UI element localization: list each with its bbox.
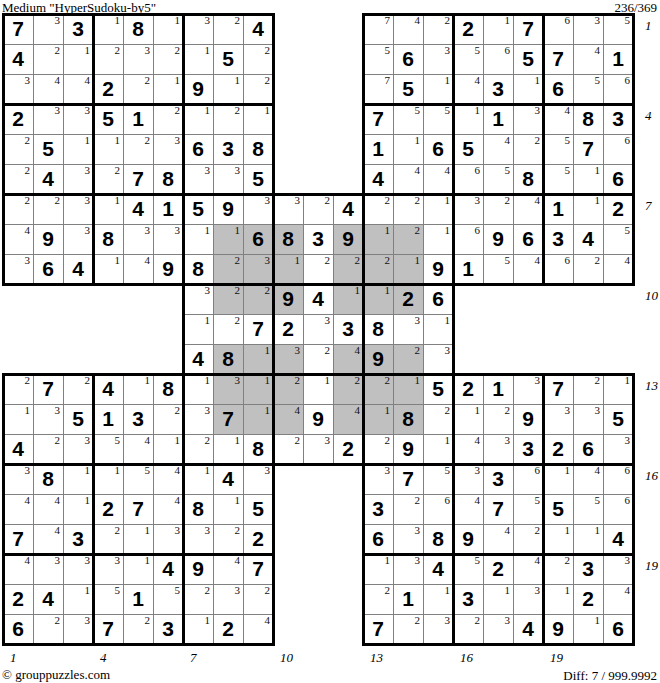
cell-r1c14[interactable]: 4 xyxy=(393,14,423,44)
cell-r2c19[interactable]: 7 xyxy=(543,44,573,74)
cell-r15c18[interactable]: 3 xyxy=(513,434,543,464)
cell-r8c8[interactable]: 1 xyxy=(213,224,243,254)
cell-r17c1[interactable]: 4 xyxy=(3,494,33,524)
cell-r9c2[interactable]: 6 xyxy=(33,254,63,284)
cell-r16c5[interactable]: 5 xyxy=(123,464,153,494)
cell-r13c17[interactable]: 1 xyxy=(483,374,513,404)
cell-r18c14[interactable]: 3 xyxy=(393,524,423,554)
cell-r13c8[interactable]: 3 xyxy=(213,374,243,404)
cell-r3c17[interactable]: 3 xyxy=(483,74,513,104)
cell-r15c7[interactable]: 2 xyxy=(183,434,213,464)
cell-r13c12[interactable]: 2 xyxy=(333,374,363,404)
cell-r17c14[interactable]: 2 xyxy=(393,494,423,524)
cell-r18c18[interactable]: 2 xyxy=(513,524,543,554)
cell-r10c7[interactable]: 3 xyxy=(183,284,213,314)
cell-r8c2[interactable]: 9 xyxy=(33,224,63,254)
cell-r5c18[interactable]: 2 xyxy=(513,134,543,164)
cell-r16c15[interactable]: 5 xyxy=(423,464,453,494)
cell-r8c5[interactable]: 3 xyxy=(123,224,153,254)
cell-r14c20[interactable]: 3 xyxy=(573,404,603,434)
cell-r14c21[interactable]: 5 xyxy=(603,404,633,434)
cell-r6c8[interactable]: 3 xyxy=(213,164,243,194)
cell-r11c14[interactable]: 3 xyxy=(393,314,423,344)
cell-r10c10[interactable]: 9 xyxy=(273,284,303,314)
cell-r1c1[interactable]: 7 xyxy=(3,14,33,44)
cell-r13c14[interactable]: 1 xyxy=(393,374,423,404)
cell-r7c5[interactable]: 4 xyxy=(123,194,153,224)
cell-r18c20[interactable]: 1 xyxy=(573,524,603,554)
cell-r2c1[interactable]: 4 xyxy=(3,44,33,74)
cell-r2c4[interactable]: 2 xyxy=(93,44,123,74)
cell-r3c15[interactable]: 1 xyxy=(423,74,453,104)
cell-r4c6[interactable]: 2 xyxy=(153,104,183,134)
cell-r8c13[interactable]: 1 xyxy=(363,224,393,254)
cell-r19c21[interactable]: 3 xyxy=(603,554,633,584)
cell-r8c18[interactable]: 6 xyxy=(513,224,543,254)
cell-r6c9[interactable]: 5 xyxy=(243,164,273,194)
cell-r18c4[interactable]: 2 xyxy=(93,524,123,554)
cell-r9c4[interactable]: 1 xyxy=(93,254,123,284)
cell-r13c3[interactable]: 2 xyxy=(63,374,93,404)
cell-r3c4[interactable]: 2 xyxy=(93,74,123,104)
cell-r19c15[interactable]: 4 xyxy=(423,554,453,584)
cell-r4c5[interactable]: 1 xyxy=(123,104,153,134)
cell-r14c15[interactable]: 2 xyxy=(423,404,453,434)
cell-r11c12[interactable]: 3 xyxy=(333,314,363,344)
cell-r7c17[interactable]: 2 xyxy=(483,194,513,224)
cell-r21c4[interactable]: 7 xyxy=(93,614,123,644)
cell-r9c14[interactable]: 1 xyxy=(393,254,423,284)
cell-r20c5[interactable]: 1 xyxy=(123,584,153,614)
cell-r3c18[interactable]: 1 xyxy=(513,74,543,104)
cell-r12c14[interactable]: 2 xyxy=(393,344,423,374)
cell-r1c15[interactable]: 2 xyxy=(423,14,453,44)
cell-r14c6[interactable]: 2 xyxy=(153,404,183,434)
cell-r21c1[interactable]: 6 xyxy=(3,614,33,644)
cell-r3c3[interactable]: 4 xyxy=(63,74,93,104)
cell-r7c10[interactable]: 3 xyxy=(273,194,303,224)
cell-r18c15[interactable]: 8 xyxy=(423,524,453,554)
cell-r1c18[interactable]: 7 xyxy=(513,14,543,44)
cell-r16c14[interactable]: 7 xyxy=(393,464,423,494)
cell-r2c5[interactable]: 3 xyxy=(123,44,153,74)
cell-r15c12[interactable]: 2 xyxy=(333,434,363,464)
cell-r4c3[interactable]: 3 xyxy=(63,104,93,134)
cell-r9c10[interactable]: 1 xyxy=(273,254,303,284)
cell-r14c16[interactable]: 1 xyxy=(453,404,483,434)
cell-r17c8[interactable]: 1 xyxy=(213,494,243,524)
cell-r13c10[interactable]: 2 xyxy=(273,374,303,404)
cell-r1c6[interactable]: 1 xyxy=(153,14,183,44)
cell-r16c2[interactable]: 8 xyxy=(33,464,63,494)
cell-r13c19[interactable]: 7 xyxy=(543,374,573,404)
cell-r18c13[interactable]: 6 xyxy=(363,524,393,554)
cell-r8c16[interactable]: 6 xyxy=(453,224,483,254)
cell-r11c7[interactable]: 1 xyxy=(183,314,213,344)
cell-r4c9[interactable]: 1 xyxy=(243,104,273,134)
cell-r21c19[interactable]: 9 xyxy=(543,614,573,644)
cell-r20c2[interactable]: 4 xyxy=(33,584,63,614)
cell-r3c7[interactable]: 9 xyxy=(183,74,213,104)
cell-r1c21[interactable]: 5 xyxy=(603,14,633,44)
cell-r15c5[interactable]: 4 xyxy=(123,434,153,464)
cell-r8c19[interactable]: 3 xyxy=(543,224,573,254)
cell-r17c15[interactable]: 6 xyxy=(423,494,453,524)
cell-r21c17[interactable]: 3 xyxy=(483,614,513,644)
cell-r3c16[interactable]: 4 xyxy=(453,74,483,104)
cell-r19c8[interactable]: 4 xyxy=(213,554,243,584)
cell-r17c5[interactable]: 7 xyxy=(123,494,153,524)
cell-r4c13[interactable]: 7 xyxy=(363,104,393,134)
cell-r20c6[interactable]: 5 xyxy=(153,584,183,614)
cell-r21c7[interactable]: 1 xyxy=(183,614,213,644)
cell-r13c20[interactable]: 2 xyxy=(573,374,603,404)
cell-r5c13[interactable]: 1 xyxy=(363,134,393,164)
cell-r14c14[interactable]: 8 xyxy=(393,404,423,434)
cell-r4c18[interactable]: 3 xyxy=(513,104,543,134)
cell-r8c11[interactable]: 3 xyxy=(303,224,333,254)
cell-r5c14[interactable]: 1 xyxy=(393,134,423,164)
cell-r21c14[interactable]: 2 xyxy=(393,614,423,644)
cell-r2c9[interactable]: 2 xyxy=(243,44,273,74)
cell-r3c9[interactable]: 2 xyxy=(243,74,273,104)
cell-r5c5[interactable]: 2 xyxy=(123,134,153,164)
cell-r7c19[interactable]: 1 xyxy=(543,194,573,224)
cell-r21c6[interactable]: 3 xyxy=(153,614,183,644)
cell-r11c15[interactable]: 1 xyxy=(423,314,453,344)
cell-r8c20[interactable]: 4 xyxy=(573,224,603,254)
cell-r13c16[interactable]: 2 xyxy=(453,374,483,404)
cell-r18c21[interactable]: 4 xyxy=(603,524,633,554)
cell-r17c9[interactable]: 5 xyxy=(243,494,273,524)
cell-r9c20[interactable]: 2 xyxy=(573,254,603,284)
cell-r19c7[interactable]: 9 xyxy=(183,554,213,584)
cell-r1c7[interactable]: 3 xyxy=(183,14,213,44)
cell-r5c8[interactable]: 3 xyxy=(213,134,243,164)
cell-r20c16[interactable]: 3 xyxy=(453,584,483,614)
cell-r17c17[interactable]: 7 xyxy=(483,494,513,524)
cell-r4c4[interactable]: 5 xyxy=(93,104,123,134)
cell-r15c19[interactable]: 2 xyxy=(543,434,573,464)
cell-r7c7[interactable]: 5 xyxy=(183,194,213,224)
cell-r1c2[interactable]: 3 xyxy=(33,14,63,44)
cell-r6c4[interactable]: 2 xyxy=(93,164,123,194)
cell-r6c5[interactable]: 7 xyxy=(123,164,153,194)
cell-r5c6[interactable]: 3 xyxy=(153,134,183,164)
cell-r14c8[interactable]: 7 xyxy=(213,404,243,434)
cell-r11c13[interactable]: 8 xyxy=(363,314,393,344)
cell-r1c8[interactable]: 2 xyxy=(213,14,243,44)
cell-r10c8[interactable]: 2 xyxy=(213,284,243,314)
cell-r10c15[interactable]: 6 xyxy=(423,284,453,314)
cell-r21c15[interactable]: 3 xyxy=(423,614,453,644)
cell-r5c4[interactable]: 1 xyxy=(93,134,123,164)
cell-r21c8[interactable]: 2 xyxy=(213,614,243,644)
cell-r2c15[interactable]: 3 xyxy=(423,44,453,74)
cell-r16c16[interactable]: 3 xyxy=(453,464,483,494)
cell-r7c13[interactable]: 2 xyxy=(363,194,393,224)
cell-r14c3[interactable]: 5 xyxy=(63,404,93,434)
cell-r14c5[interactable]: 3 xyxy=(123,404,153,434)
cell-r1c3[interactable]: 3 xyxy=(63,14,93,44)
cell-r14c4[interactable]: 1 xyxy=(93,404,123,434)
cell-r16c17[interactable]: 3 xyxy=(483,464,513,494)
cell-r13c7[interactable]: 1 xyxy=(183,374,213,404)
cell-r6c13[interactable]: 4 xyxy=(363,164,393,194)
cell-r4c20[interactable]: 8 xyxy=(573,104,603,134)
cell-r19c16[interactable]: 5 xyxy=(453,554,483,584)
cell-r13c21[interactable]: 1 xyxy=(603,374,633,404)
cell-r21c9[interactable]: 4 xyxy=(243,614,273,644)
cell-r18c7[interactable]: 3 xyxy=(183,524,213,554)
cell-r12c10[interactable]: 3 xyxy=(273,344,303,374)
cell-r6c14[interactable]: 4 xyxy=(393,164,423,194)
cell-r6c3[interactable]: 3 xyxy=(63,164,93,194)
cell-r6c6[interactable]: 8 xyxy=(153,164,183,194)
cell-r8c15[interactable]: 1 xyxy=(423,224,453,254)
cell-r18c8[interactable]: 2 xyxy=(213,524,243,554)
cell-r8c17[interactable]: 9 xyxy=(483,224,513,254)
cell-r18c19[interactable]: 1 xyxy=(543,524,573,554)
cell-r6c1[interactable]: 2 xyxy=(3,164,33,194)
cell-r8c12[interactable]: 9 xyxy=(333,224,363,254)
cell-r18c5[interactable]: 1 xyxy=(123,524,153,554)
cell-r6c20[interactable]: 1 xyxy=(573,164,603,194)
cell-r12c8[interactable]: 8 xyxy=(213,344,243,374)
cell-r19c4[interactable]: 3 xyxy=(93,554,123,584)
cell-r2c18[interactable]: 5 xyxy=(513,44,543,74)
cell-r4c2[interactable]: 3 xyxy=(33,104,63,134)
cell-r5c21[interactable]: 6 xyxy=(603,134,633,164)
cell-r10c13[interactable]: 1 xyxy=(363,284,393,314)
cell-r6c7[interactable]: 3 xyxy=(183,164,213,194)
cell-r3c14[interactable]: 5 xyxy=(393,74,423,104)
cell-r13c11[interactable]: 1 xyxy=(303,374,333,404)
cell-r20c3[interactable]: 1 xyxy=(63,584,93,614)
cell-r7c6[interactable]: 1 xyxy=(153,194,183,224)
cell-r4c14[interactable]: 5 xyxy=(393,104,423,134)
cell-r8c7[interactable]: 1 xyxy=(183,224,213,254)
cell-r8c21[interactable]: 5 xyxy=(603,224,633,254)
cell-r9c7[interactable]: 8 xyxy=(183,254,213,284)
cell-r12c11[interactable]: 2 xyxy=(303,344,333,374)
cell-r15c13[interactable]: 2 xyxy=(363,434,393,464)
cell-r11c8[interactable]: 2 xyxy=(213,314,243,344)
cell-r21c21[interactable]: 6 xyxy=(603,614,633,644)
cell-r20c13[interactable]: 2 xyxy=(363,584,393,614)
cell-r7c1[interactable]: 2 xyxy=(3,194,33,224)
cell-r18c3[interactable]: 3 xyxy=(63,524,93,554)
cell-r17c20[interactable]: 5 xyxy=(573,494,603,524)
cell-r15c8[interactable]: 1 xyxy=(213,434,243,464)
cell-r4c21[interactable]: 3 xyxy=(603,104,633,134)
cell-r2c3[interactable]: 1 xyxy=(63,44,93,74)
cell-r7c14[interactable]: 2 xyxy=(393,194,423,224)
cell-r9c21[interactable]: 4 xyxy=(603,254,633,284)
cell-r19c17[interactable]: 2 xyxy=(483,554,513,584)
cell-r5c2[interactable]: 5 xyxy=(33,134,63,164)
cell-r9c6[interactable]: 9 xyxy=(153,254,183,284)
cell-r17c16[interactable]: 4 xyxy=(453,494,483,524)
cell-r12c15[interactable]: 3 xyxy=(423,344,453,374)
cell-r14c9[interactable]: 1 xyxy=(243,404,273,434)
cell-r4c1[interactable]: 2 xyxy=(3,104,33,134)
cell-r8c9[interactable]: 6 xyxy=(243,224,273,254)
cell-r4c15[interactable]: 5 xyxy=(423,104,453,134)
cell-r7c9[interactable]: 3 xyxy=(243,194,273,224)
cell-r20c1[interactable]: 2 xyxy=(3,584,33,614)
cell-r1c17[interactable]: 1 xyxy=(483,14,513,44)
cell-r14c11[interactable]: 9 xyxy=(303,404,333,434)
cell-r15c14[interactable]: 9 xyxy=(393,434,423,464)
cell-r7c12[interactable]: 4 xyxy=(333,194,363,224)
cell-r18c1[interactable]: 7 xyxy=(3,524,33,554)
cell-r10c11[interactable]: 4 xyxy=(303,284,333,314)
cell-r5c7[interactable]: 6 xyxy=(183,134,213,164)
cell-r15c3[interactable]: 3 xyxy=(63,434,93,464)
cell-r20c8[interactable]: 3 xyxy=(213,584,243,614)
cell-r15c20[interactable]: 6 xyxy=(573,434,603,464)
cell-r16c18[interactable]: 6 xyxy=(513,464,543,494)
cell-r15c4[interactable]: 5 xyxy=(93,434,123,464)
cell-r16c21[interactable]: 6 xyxy=(603,464,633,494)
cell-r19c18[interactable]: 4 xyxy=(513,554,543,584)
cell-r8c14[interactable]: 2 xyxy=(393,224,423,254)
cell-r6c21[interactable]: 6 xyxy=(603,164,633,194)
cell-r20c20[interactable]: 2 xyxy=(573,584,603,614)
cell-r1c13[interactable]: 7 xyxy=(363,14,393,44)
cell-r20c21[interactable]: 4 xyxy=(603,584,633,614)
cell-r2c13[interactable]: 5 xyxy=(363,44,393,74)
cell-r7c8[interactable]: 9 xyxy=(213,194,243,224)
cell-r8c6[interactable]: 3 xyxy=(153,224,183,254)
sudoku-board[interactable]: 7331813247422176354212321525635657413442… xyxy=(3,14,633,644)
cell-r3c8[interactable]: 1 xyxy=(213,74,243,104)
cell-r18c6[interactable]: 3 xyxy=(153,524,183,554)
cell-r5c9[interactable]: 8 xyxy=(243,134,273,164)
cell-r21c5[interactable]: 2 xyxy=(123,614,153,644)
cell-r2c17[interactable]: 6 xyxy=(483,44,513,74)
cell-r5c16[interactable]: 5 xyxy=(453,134,483,164)
cell-r13c18[interactable]: 3 xyxy=(513,374,543,404)
cell-r20c17[interactable]: 1 xyxy=(483,584,513,614)
cell-r10c12[interactable]: 1 xyxy=(333,284,363,314)
cell-r15c2[interactable]: 2 xyxy=(33,434,63,464)
cell-r9c15[interactable]: 9 xyxy=(423,254,453,284)
cell-r19c5[interactable]: 1 xyxy=(123,554,153,584)
cell-r17c2[interactable]: 4 xyxy=(33,494,63,524)
cell-r8c3[interactable]: 3 xyxy=(63,224,93,254)
cell-r5c17[interactable]: 4 xyxy=(483,134,513,164)
cell-r1c19[interactable]: 6 xyxy=(543,14,573,44)
cell-r9c1[interactable]: 3 xyxy=(3,254,33,284)
cell-r16c1[interactable]: 3 xyxy=(3,464,33,494)
cell-r7c18[interactable]: 4 xyxy=(513,194,543,224)
cell-r1c5[interactable]: 8 xyxy=(123,14,153,44)
cell-r14c18[interactable]: 9 xyxy=(513,404,543,434)
cell-r16c3[interactable]: 1 xyxy=(63,464,93,494)
cell-r3c5[interactable]: 2 xyxy=(123,74,153,104)
cell-r1c16[interactable]: 2 xyxy=(453,14,483,44)
cell-r20c14[interactable]: 1 xyxy=(393,584,423,614)
cell-r21c3[interactable]: 3 xyxy=(63,614,93,644)
cell-r21c18[interactable]: 4 xyxy=(513,614,543,644)
cell-r6c2[interactable]: 4 xyxy=(33,164,63,194)
cell-r13c4[interactable]: 4 xyxy=(93,374,123,404)
cell-r2c8[interactable]: 5 xyxy=(213,44,243,74)
cell-r13c15[interactable]: 5 xyxy=(423,374,453,404)
cell-r19c13[interactable]: 1 xyxy=(363,554,393,584)
cell-r20c15[interactable]: 1 xyxy=(423,584,453,614)
cell-r20c7[interactable]: 2 xyxy=(183,584,213,614)
cell-r17c7[interactable]: 8 xyxy=(183,494,213,524)
cell-r5c19[interactable]: 5 xyxy=(543,134,573,164)
cell-r5c3[interactable]: 1 xyxy=(63,134,93,164)
cell-r13c13[interactable]: 2 xyxy=(363,374,393,404)
cell-r12c9[interactable]: 1 xyxy=(243,344,273,374)
cell-r20c9[interactable]: 2 xyxy=(243,584,273,614)
cell-r14c12[interactable]: 4 xyxy=(333,404,363,434)
cell-r2c2[interactable]: 2 xyxy=(33,44,63,74)
cell-r16c7[interactable]: 1 xyxy=(183,464,213,494)
cell-r3c13[interactable]: 7 xyxy=(363,74,393,104)
cell-r1c9[interactable]: 4 xyxy=(243,14,273,44)
cell-r16c4[interactable]: 1 xyxy=(93,464,123,494)
cell-r14c13[interactable]: 1 xyxy=(363,404,393,434)
cell-r19c3[interactable]: 3 xyxy=(63,554,93,584)
cell-r9c18[interactable]: 4 xyxy=(513,254,543,284)
cell-r3c19[interactable]: 6 xyxy=(543,74,573,104)
cell-r17c13[interactable]: 3 xyxy=(363,494,393,524)
cell-r4c7[interactable]: 1 xyxy=(183,104,213,134)
cell-r16c6[interactable]: 4 xyxy=(153,464,183,494)
cell-r6c18[interactable]: 8 xyxy=(513,164,543,194)
cell-r9c16[interactable]: 1 xyxy=(453,254,483,284)
cell-r2c16[interactable]: 5 xyxy=(453,44,483,74)
cell-r6c16[interactable]: 6 xyxy=(453,164,483,194)
cell-r14c1[interactable]: 1 xyxy=(3,404,33,434)
cell-r18c16[interactable]: 9 xyxy=(453,524,483,554)
cell-r16c8[interactable]: 4 xyxy=(213,464,243,494)
cell-r14c10[interactable]: 4 xyxy=(273,404,303,434)
cell-r13c1[interactable]: 2 xyxy=(3,374,33,404)
cell-r13c5[interactable]: 1 xyxy=(123,374,153,404)
cell-r19c1[interactable]: 4 xyxy=(3,554,33,584)
cell-r18c9[interactable]: 2 xyxy=(243,524,273,554)
cell-r5c20[interactable]: 7 xyxy=(573,134,603,164)
cell-r10c14[interactable]: 2 xyxy=(393,284,423,314)
cell-r14c2[interactable]: 3 xyxy=(33,404,63,434)
cell-r3c6[interactable]: 1 xyxy=(153,74,183,104)
cell-r9c19[interactable]: 6 xyxy=(543,254,573,284)
cell-r17c21[interactable]: 6 xyxy=(603,494,633,524)
cell-r21c20[interactable]: 1 xyxy=(573,614,603,644)
cell-r7c3[interactable]: 3 xyxy=(63,194,93,224)
cell-r5c15[interactable]: 6 xyxy=(423,134,453,164)
cell-r21c13[interactable]: 7 xyxy=(363,614,393,644)
cell-r9c3[interactable]: 4 xyxy=(63,254,93,284)
cell-r5c1[interactable]: 2 xyxy=(3,134,33,164)
cell-r19c6[interactable]: 4 xyxy=(153,554,183,584)
cell-r9c8[interactable]: 2 xyxy=(213,254,243,284)
cell-r21c16[interactable]: 2 xyxy=(453,614,483,644)
cell-r14c7[interactable]: 3 xyxy=(183,404,213,434)
cell-r7c11[interactable]: 2 xyxy=(303,194,333,224)
cell-r6c17[interactable]: 5 xyxy=(483,164,513,194)
cell-r14c19[interactable]: 3 xyxy=(543,404,573,434)
cell-r8c1[interactable]: 4 xyxy=(3,224,33,254)
cell-r20c18[interactable]: 3 xyxy=(513,584,543,614)
